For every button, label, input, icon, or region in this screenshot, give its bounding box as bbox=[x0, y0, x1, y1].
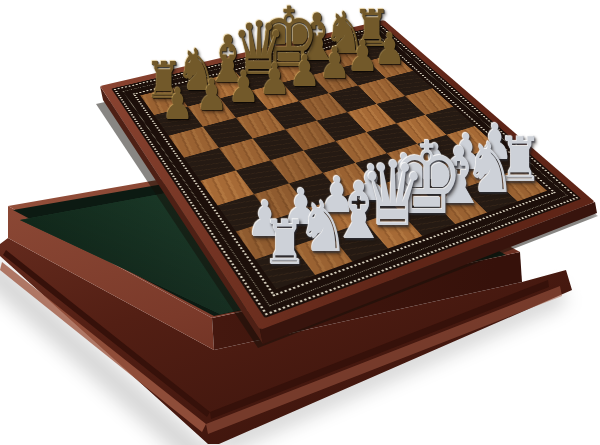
piece-brass-pawn-h7[interactable]: ♟ bbox=[374, 28, 406, 71]
piece-brass-pawn-g7[interactable]: ♟ bbox=[347, 35, 379, 78]
piece-brass-pawn-c7[interactable]: ♟ bbox=[228, 66, 260, 109]
piece-brass-pawn-f7[interactable]: ♟ bbox=[319, 42, 351, 85]
piece-brass-pawn-e7[interactable]: ♟ bbox=[289, 50, 321, 93]
piece-brass-pawn-b7[interactable]: ♟ bbox=[196, 74, 228, 117]
piece-brass-pawn-a7[interactable]: ♟ bbox=[162, 83, 194, 126]
piece-silver-rook-a1[interactable]: ♜ bbox=[262, 213, 307, 275]
pieces-layer: ♜♞♝♛♚♝♞♜♟♟♟♟♟♟♟♟♟♟♟♟♟♟♟♟♜♞♝♛♚♝♞♜ bbox=[0, 0, 600, 445]
chess-set-product-photo: ♜♞♝♛♚♝♞♜♟♟♟♟♟♟♟♟♟♟♟♟♟♟♟♟♜♞♝♛♚♝♞♜ bbox=[0, 0, 600, 445]
piece-brass-pawn-d7[interactable]: ♟ bbox=[259, 57, 291, 100]
